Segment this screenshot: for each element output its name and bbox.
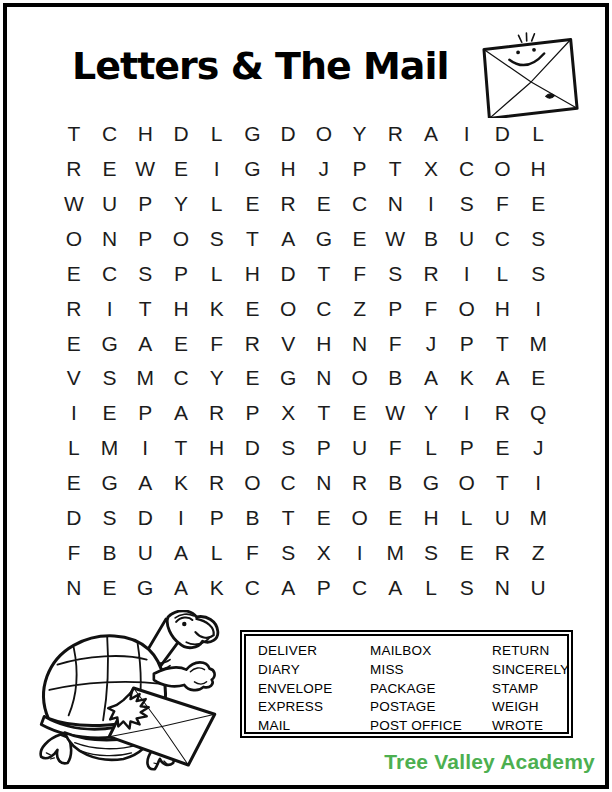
grid-cell-r10c5[interactable]: H [199, 430, 235, 465]
grid-cell-r12c6[interactable]: B [235, 500, 271, 535]
grid-cell-r12c13[interactable]: U [485, 500, 521, 535]
grid-cell-r14c6[interactable]: C [235, 570, 271, 605]
grid-cell-r9c12[interactable]: I [449, 395, 485, 430]
brand-footer: Tree Valley Academy [0, 750, 595, 774]
grid-cell-r10c3[interactable]: I [127, 430, 163, 465]
grid-cell-r2c7[interactable]: H [270, 151, 306, 186]
grid-cell-r10c12[interactable]: P [449, 430, 485, 465]
grid-cell-r4c5[interactable]: S [199, 221, 235, 256]
grid-cell-r11c9[interactable]: R [342, 465, 378, 500]
grid-cell-r12c2[interactable]: S [92, 500, 128, 535]
word-item: WEIGH [492, 698, 569, 717]
grid-cell-r5c12[interactable]: I [449, 256, 485, 291]
word-item: RETURN [492, 642, 569, 661]
word-item: MAILBOX [370, 642, 492, 661]
grid-cell-r6c4[interactable]: H [163, 291, 199, 326]
grid-cell-r1c12[interactable]: I [449, 116, 485, 151]
grid-cell-r14c10[interactable]: A [377, 570, 413, 605]
grid-cell-r4c6[interactable]: T [235, 221, 271, 256]
grid-cell-r1c5[interactable]: L [199, 116, 235, 151]
grid-cell-r6c1[interactable]: R [56, 291, 92, 326]
grid-cell-r3c2[interactable]: U [92, 186, 128, 221]
grid-cell-r9c11[interactable]: Y [413, 395, 449, 430]
smiling-envelope-icon [477, 30, 581, 122]
grid-cell-r3c12[interactable]: S [449, 186, 485, 221]
grid-cell-r6c10[interactable]: P [377, 291, 413, 326]
word-item: POSTAGE [370, 698, 492, 717]
grid-cell-r11c12[interactable]: O [449, 465, 485, 500]
grid-cell-r14c1[interactable]: N [56, 570, 92, 605]
grid-cell-r6c13[interactable]: H [485, 291, 521, 326]
grid-cell-r11c2[interactable]: G [92, 465, 128, 500]
grid-cell-r13c8[interactable]: X [306, 535, 342, 570]
grid-cell-r8c5[interactable]: Y [199, 360, 235, 395]
grid-cell-r11c6[interactable]: O [235, 465, 271, 500]
grid-cell-r13c3[interactable]: U [127, 535, 163, 570]
grid-cell-r12c4[interactable]: I [163, 500, 199, 535]
grid-cell-r13c10[interactable]: M [377, 535, 413, 570]
word-list: DELIVERDIARYENVELOPEEXPRESSMAIL MAILBOXM… [244, 634, 569, 734]
grid-cell-r4c2[interactable]: N [92, 221, 128, 256]
grid-cell-r13c2[interactable]: B [92, 535, 128, 570]
grid-cell-r11c1[interactable]: E [56, 465, 92, 500]
grid-cell-r2c8[interactable]: J [306, 151, 342, 186]
grid-cell-r10c9[interactable]: U [342, 430, 378, 465]
grid-cell-r2c12[interactable]: C [449, 151, 485, 186]
grid-cell-r2c2[interactable]: E [92, 151, 128, 186]
grid-cell-r13c1[interactable]: F [56, 535, 92, 570]
grid-cell-r9c6[interactable]: P [235, 395, 271, 430]
grid-cell-r4c9[interactable]: E [342, 221, 378, 256]
grid-cell-r10c13[interactable]: E [485, 430, 521, 465]
word-column: DELIVERDIARYENVELOPEEXPRESSMAIL [258, 642, 370, 736]
grid-cell-r3c11[interactable]: I [413, 186, 449, 221]
word-item: ENVELOPE [258, 680, 370, 699]
grid-cell-r6c8[interactable]: C [306, 291, 342, 326]
grid-cell-r5c6[interactable]: H [235, 256, 271, 291]
grid-cell-r6c7[interactable]: O [270, 291, 306, 326]
grid-cell-r11c7[interactable]: C [270, 465, 306, 500]
grid-cell-r14c4[interactable]: A [163, 570, 199, 605]
word-list-box: DELIVERDIARYENVELOPEEXPRESSMAIL MAILBOXM… [240, 630, 573, 738]
grid-cell-r6c2[interactable]: I [92, 291, 128, 326]
grid-cell-r7c13[interactable]: T [485, 326, 521, 361]
word-item: STAMP [492, 680, 569, 699]
grid-cell-r3c7[interactable]: R [270, 186, 306, 221]
grid-cell-r10c10[interactable]: F [377, 430, 413, 465]
grid-cell-r11c8[interactable]: N [306, 465, 342, 500]
grid-cell-r9c9[interactable]: E [342, 395, 378, 430]
grid-cell-r9c7[interactable]: X [270, 395, 306, 430]
grid-cell-r1c1[interactable]: T [56, 116, 92, 151]
grid-cell-r1c9[interactable]: Y [342, 116, 378, 151]
grid-cell-r4c8[interactable]: G [306, 221, 342, 256]
grid-cell-r4c1[interactable]: O [56, 221, 92, 256]
word-item: DIARY [258, 661, 370, 680]
grid-cell-r1c14[interactable]: L [520, 116, 556, 151]
grid-cell-r3c6[interactable]: E [235, 186, 271, 221]
grid-cell-r1c3[interactable]: H [127, 116, 163, 151]
grid-cell-r6c12[interactable]: O [449, 291, 485, 326]
grid-cell-r14c5[interactable]: K [199, 570, 235, 605]
grid-cell-r14c12[interactable]: S [449, 570, 485, 605]
grid-cell-r2c3[interactable]: W [127, 151, 163, 186]
grid-cell-r9c5[interactable]: R [199, 395, 235, 430]
grid-cell-r7c2[interactable]: G [92, 326, 128, 361]
word-item: EXPRESS [258, 698, 370, 717]
grid-cell-r14c14[interactable]: U [520, 570, 556, 605]
grid-cell-r10c6[interactable]: D [235, 430, 271, 465]
grid-cell-r5c4[interactable]: P [163, 256, 199, 291]
grid-cell-r11c14[interactable]: I [520, 465, 556, 500]
grid-cell-r13c6[interactable]: F [235, 535, 271, 570]
grid-cell-r1c2[interactable]: C [92, 116, 128, 151]
grid-cell-r8c11[interactable]: A [413, 360, 449, 395]
grid-cell-r6c14[interactable]: I [520, 291, 556, 326]
grid-cell-r8c7[interactable]: G [270, 360, 306, 395]
word-item: WROTE [492, 717, 569, 736]
grid-cell-r8c8[interactable]: N [306, 360, 342, 395]
grid-cell-r8c13[interactable]: A [485, 360, 521, 395]
word-item: PACKAGE [370, 680, 492, 699]
grid-cell-r3c10[interactable]: N [377, 186, 413, 221]
grid-cell-r14c13[interactable]: N [485, 570, 521, 605]
grid-cell-r3c5[interactable]: L [199, 186, 235, 221]
grid-cell-r9c2[interactable]: E [92, 395, 128, 430]
grid-cell-r1c7[interactable]: D [270, 116, 306, 151]
grid-cell-r7c10[interactable]: F [377, 326, 413, 361]
grid-cell-r13c9[interactable]: I [342, 535, 378, 570]
grid-cell-r5c3[interactable]: S [127, 256, 163, 291]
grid-cell-r3c13[interactable]: F [485, 186, 521, 221]
grid-cell-r2c1[interactable]: R [56, 151, 92, 186]
grid-cell-r2c5[interactable]: I [199, 151, 235, 186]
grid-cell-r7c14[interactable]: M [520, 326, 556, 361]
grid-cell-r14c8[interactable]: P [306, 570, 342, 605]
grid-cell-r8c14[interactable]: E [520, 360, 556, 395]
grid-cell-r12c12[interactable]: L [449, 500, 485, 535]
grid-cell-r5c13[interactable]: L [485, 256, 521, 291]
grid-cell-r5c7[interactable]: D [270, 256, 306, 291]
grid-cell-r11c13[interactable]: T [485, 465, 521, 500]
grid-cell-r8c6[interactable]: E [235, 360, 271, 395]
grid-cell-r2c6[interactable]: G [235, 151, 271, 186]
word-item: SINCERELY [492, 661, 569, 680]
grid-cell-r5c8[interactable]: T [306, 256, 342, 291]
grid-cell-r8c2[interactable]: S [92, 360, 128, 395]
grid-cell-r6c9[interactable]: Z [342, 291, 378, 326]
grid-cell-r5c11[interactable]: R [413, 256, 449, 291]
grid-cell-r1c4[interactable]: D [163, 116, 199, 151]
grid-cell-r11c5[interactable]: R [199, 465, 235, 500]
grid-cell-r10c4[interactable]: T [163, 430, 199, 465]
grid-cell-r1c6[interactable]: G [235, 116, 271, 151]
grid-cell-r6c5[interactable]: K [199, 291, 235, 326]
grid-cell-r1c13[interactable]: D [485, 116, 521, 151]
grid-cell-r14c11[interactable]: L [413, 570, 449, 605]
grid-cell-r7c8[interactable]: H [306, 326, 342, 361]
grid-cell-r7c1[interactable]: E [56, 326, 92, 361]
grid-cell-r2c11[interactable]: X [413, 151, 449, 186]
grid-cell-r7c11[interactable]: J [413, 326, 449, 361]
grid-cell-r12c3[interactable]: D [127, 500, 163, 535]
grid-cell-r7c12[interactable]: P [449, 326, 485, 361]
grid-cell-r10c8[interactable]: P [306, 430, 342, 465]
grid-cell-r1c10[interactable]: R [377, 116, 413, 151]
grid-cell-r9c14[interactable]: Q [520, 395, 556, 430]
grid-cell-r7c9[interactable]: N [342, 326, 378, 361]
grid-cell-r6c6[interactable]: E [235, 291, 271, 326]
grid-cell-r3c4[interactable]: Y [163, 186, 199, 221]
grid-cell-r6c11[interactable]: F [413, 291, 449, 326]
grid-cell-r3c8[interactable]: E [306, 186, 342, 221]
letter-grid: TCHDLGDOYRAIDLREWEIGHJPTXCOHWUPYLERECNIS… [56, 116, 556, 605]
grid-cell-r2c4[interactable]: E [163, 151, 199, 186]
grid-cell-r4c14[interactable]: S [520, 221, 556, 256]
grid-cell-r9c10[interactable]: W [377, 395, 413, 430]
grid-cell-r10c7[interactable]: S [270, 430, 306, 465]
word-item: DELIVER [258, 642, 370, 661]
grid-cell-r4c10[interactable]: W [377, 221, 413, 256]
grid-cell-r5c2[interactable]: C [92, 256, 128, 291]
grid-cell-r3c1[interactable]: W [56, 186, 92, 221]
grid-cell-r13c12[interactable]: E [449, 535, 485, 570]
word-column: MAILBOXMISSPACKAGEPOSTAGEPOST OFFICE [370, 642, 492, 736]
grid-cell-r11c11[interactable]: G [413, 465, 449, 500]
word-item: MAIL [258, 717, 370, 736]
grid-cell-r4c7[interactable]: A [270, 221, 306, 256]
grid-cell-r4c12[interactable]: U [449, 221, 485, 256]
grid-cell-r13c11[interactable]: S [413, 535, 449, 570]
grid-cell-r7c3[interactable]: A [127, 326, 163, 361]
grid-cell-r13c5[interactable]: L [199, 535, 235, 570]
grid-cell-r13c14[interactable]: Z [520, 535, 556, 570]
grid-cell-r14c9[interactable]: C [342, 570, 378, 605]
grid-cell-r10c1[interactable]: L [56, 430, 92, 465]
grid-cell-r13c4[interactable]: A [163, 535, 199, 570]
grid-cell-r4c13[interactable]: C [485, 221, 521, 256]
grid-cell-r2c14[interactable]: H [520, 151, 556, 186]
grid-cell-r11c10[interactable]: B [377, 465, 413, 500]
grid-cell-r8c12[interactable]: K [449, 360, 485, 395]
grid-cell-r1c11[interactable]: A [413, 116, 449, 151]
word-column: RETURNSINCERELYSTAMPWEIGHWROTE [492, 642, 569, 736]
grid-cell-r5c5[interactable]: L [199, 256, 235, 291]
grid-cell-r13c13[interactable]: R [485, 535, 521, 570]
grid-cell-r8c4[interactable]: C [163, 360, 199, 395]
grid-cell-r10c14[interactable]: J [520, 430, 556, 465]
grid-cell-r12c9[interactable]: O [342, 500, 378, 535]
grid-cell-r12c1[interactable]: D [56, 500, 92, 535]
grid-cell-r4c11[interactable]: B [413, 221, 449, 256]
grid-cell-r7c6[interactable]: R [235, 326, 271, 361]
grid-cell-r7c5[interactable]: F [199, 326, 235, 361]
grid-cell-r3c14[interactable]: E [520, 186, 556, 221]
grid-cell-r9c1[interactable]: I [56, 395, 92, 430]
grid-cell-r2c10[interactable]: T [377, 151, 413, 186]
grid-cell-r12c11[interactable]: H [413, 500, 449, 535]
grid-cell-r4c4[interactable]: O [163, 221, 199, 256]
grid-cell-r12c14[interactable]: M [520, 500, 556, 535]
grid-cell-r5c1[interactable]: E [56, 256, 92, 291]
grid-cell-r11c4[interactable]: K [163, 465, 199, 500]
grid-cell-r12c7[interactable]: T [270, 500, 306, 535]
word-item: MISS [370, 661, 492, 680]
grid-cell-r1c8[interactable]: O [306, 116, 342, 151]
word-item: POST OFFICE [370, 717, 492, 736]
grid-cell-r9c8[interactable]: T [306, 395, 342, 430]
grid-cell-r12c8[interactable]: E [306, 500, 342, 535]
grid-cell-r8c9[interactable]: O [342, 360, 378, 395]
grid-cell-r9c4[interactable]: A [163, 395, 199, 430]
page-title: Letters & The Mail [72, 44, 449, 88]
grid-cell-r2c9[interactable]: P [342, 151, 378, 186]
grid-cell-r13c7[interactable]: S [270, 535, 306, 570]
worksheet-page: Letters & The Mail TCHDLGDOYRAIDLREWEIGH… [0, 0, 612, 792]
grid-cell-r3c9[interactable]: C [342, 186, 378, 221]
grid-cell-r5c10[interactable]: S [377, 256, 413, 291]
grid-cell-r8c3[interactable]: M [127, 360, 163, 395]
grid-cell-r4c3[interactable]: P [127, 221, 163, 256]
grid-cell-r14c3[interactable]: G [127, 570, 163, 605]
grid-cell-r5c9[interactable]: F [342, 256, 378, 291]
grid-cell-r7c7[interactable]: V [270, 326, 306, 361]
grid-cell-r3c3[interactable]: P [127, 186, 163, 221]
grid-cell-r12c5[interactable]: P [199, 500, 235, 535]
grid-cell-r9c3[interactable]: P [127, 395, 163, 430]
grid-cell-r12c10[interactable]: E [377, 500, 413, 535]
grid-cell-r5c14[interactable]: S [520, 256, 556, 291]
grid-cell-r9c13[interactable]: R [485, 395, 521, 430]
grid-cell-r8c10[interactable]: B [377, 360, 413, 395]
grid-cell-r7c4[interactable]: E [163, 326, 199, 361]
grid-cell-r2c13[interactable]: O [485, 151, 521, 186]
grid-cell-r10c2[interactable]: M [92, 430, 128, 465]
grid-cell-r10c11[interactable]: L [413, 430, 449, 465]
grid-cell-r11c3[interactable]: A [127, 465, 163, 500]
grid-cell-r14c7[interactable]: A [270, 570, 306, 605]
grid-cell-r8c1[interactable]: V [56, 360, 92, 395]
grid-cell-r6c3[interactable]: T [127, 291, 163, 326]
grid-cell-r14c2[interactable]: E [92, 570, 128, 605]
